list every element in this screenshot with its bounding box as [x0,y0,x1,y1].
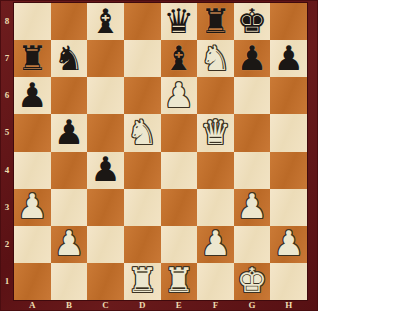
board-grid: ♝♛♜♚♜♞♝♞♟♟♟♟♟♞♛♟♟♟♟♟♟♜♜♚ [14,3,307,300]
square-e2[interactable] [161,226,198,263]
square-f3[interactable] [197,189,234,226]
square-f7[interactable]: ♞ [197,40,234,77]
square-d3[interactable] [124,189,161,226]
square-a4[interactable] [14,152,51,189]
square-e7[interactable]: ♝ [161,40,198,77]
square-e6[interactable]: ♟ [161,77,198,114]
square-b1[interactable] [51,263,88,300]
square-d6[interactable] [124,77,161,114]
square-f6[interactable] [197,77,234,114]
file-label-f: F [197,300,234,311]
square-g7[interactable]: ♟ [234,40,271,77]
piece-white-pawn[interactable]: ♟ [200,226,230,260]
rank-labels: 87654321 [0,3,14,300]
piece-black-king[interactable]: ♚ [237,4,267,38]
rank-label-8: 8 [0,3,14,40]
square-a2[interactable] [14,226,51,263]
square-c8[interactable]: ♝ [87,3,124,40]
square-f8[interactable]: ♜ [197,3,234,40]
square-g3[interactable]: ♟ [234,189,271,226]
square-c1[interactable] [87,263,124,300]
piece-black-bishop[interactable]: ♝ [90,4,120,38]
file-labels: ABCDEFGH [14,300,307,311]
square-e5[interactable] [161,114,198,151]
square-a7[interactable]: ♜ [14,40,51,77]
square-e4[interactable] [161,152,198,189]
square-a3[interactable]: ♟ [14,189,51,226]
square-c3[interactable] [87,189,124,226]
piece-white-pawn[interactable]: ♟ [164,78,194,112]
square-h5[interactable] [270,114,307,151]
square-h6[interactable] [270,77,307,114]
square-d1[interactable]: ♜ [124,263,161,300]
square-f1[interactable] [197,263,234,300]
file-label-b: B [51,300,88,311]
square-c4[interactable]: ♟ [87,152,124,189]
square-h2[interactable]: ♟ [270,226,307,263]
square-f5[interactable]: ♛ [197,114,234,151]
piece-white-queen[interactable]: ♛ [200,115,230,149]
square-h1[interactable] [270,263,307,300]
file-label-c: C [87,300,124,311]
piece-white-knight[interactable]: ♞ [200,41,230,75]
square-g1[interactable]: ♚ [234,263,271,300]
square-d5[interactable]: ♞ [124,114,161,151]
square-h4[interactable] [270,152,307,189]
piece-white-pawn[interactable]: ♟ [54,226,84,260]
square-c6[interactable] [87,77,124,114]
piece-white-pawn[interactable]: ♟ [17,189,47,223]
square-b7[interactable]: ♞ [51,40,88,77]
file-label-h: H [270,300,307,311]
piece-white-rook[interactable]: ♜ [164,263,194,297]
square-h3[interactable] [270,189,307,226]
square-e1[interactable]: ♜ [161,263,198,300]
rank-label-1: 1 [0,263,14,300]
file-label-a: A [14,300,51,311]
piece-black-pawn[interactable]: ♟ [273,41,303,75]
file-label-d: D [124,300,161,311]
piece-black-bishop[interactable]: ♝ [164,41,194,75]
square-d2[interactable] [124,226,161,263]
square-d4[interactable] [124,152,161,189]
square-c7[interactable] [87,40,124,77]
file-label-g: G [234,300,271,311]
rank-label-5: 5 [0,114,14,151]
rank-label-3: 3 [0,189,14,226]
square-b3[interactable] [51,189,88,226]
piece-black-rook[interactable]: ♜ [200,4,230,38]
square-a6[interactable]: ♟ [14,77,51,114]
square-g5[interactable] [234,114,271,151]
piece-white-knight[interactable]: ♞ [127,115,157,149]
square-a1[interactable] [14,263,51,300]
square-f4[interactable] [197,152,234,189]
piece-black-pawn[interactable]: ♟ [54,115,84,149]
square-b2[interactable]: ♟ [51,226,88,263]
square-b4[interactable] [51,152,88,189]
square-f2[interactable]: ♟ [197,226,234,263]
square-b8[interactable] [51,3,88,40]
piece-white-king[interactable]: ♚ [237,263,267,297]
piece-white-pawn[interactable]: ♟ [273,226,303,260]
piece-black-knight[interactable]: ♞ [54,41,84,75]
piece-white-rook[interactable]: ♜ [127,263,157,297]
square-a8[interactable] [14,3,51,40]
rank-label-4: 4 [0,152,14,189]
piece-white-pawn[interactable]: ♟ [237,189,267,223]
rank-label-2: 2 [0,226,14,263]
square-d7[interactable] [124,40,161,77]
square-a5[interactable] [14,114,51,151]
square-h8[interactable] [270,3,307,40]
page: 87654321 ♝♛♜♚♜♞♝♞♟♟♟♟♟♞♛♟♟♟♟♟♟♜♜♚ ABCDEF… [0,0,414,311]
square-g2[interactable] [234,226,271,263]
square-c5[interactable] [87,114,124,151]
piece-black-pawn[interactable]: ♟ [237,41,267,75]
square-b6[interactable] [51,77,88,114]
square-e8[interactable]: ♛ [161,3,198,40]
piece-black-rook[interactable]: ♜ [17,41,47,75]
rank-label-7: 7 [0,40,14,77]
square-c2[interactable] [87,226,124,263]
piece-black-queen[interactable]: ♛ [164,4,194,38]
square-b5[interactable]: ♟ [51,114,88,151]
square-h7[interactable]: ♟ [270,40,307,77]
file-label-e: E [161,300,198,311]
piece-black-pawn[interactable]: ♟ [90,152,120,186]
chess-board: 87654321 ♝♛♜♚♜♞♝♞♟♟♟♟♟♞♛♟♟♟♟♟♟♜♜♚ ABCDEF… [0,0,318,311]
square-e3[interactable] [161,189,198,226]
square-g8[interactable]: ♚ [234,3,271,40]
square-g4[interactable] [234,152,271,189]
square-g6[interactable] [234,77,271,114]
piece-black-pawn[interactable]: ♟ [17,78,47,112]
square-d8[interactable] [124,3,161,40]
rank-label-6: 6 [0,77,14,114]
